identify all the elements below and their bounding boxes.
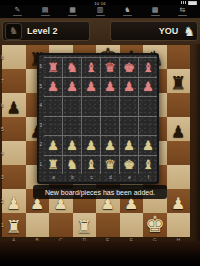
knight-icon: ♞ <box>124 7 130 14</box>
toast-message: New board/pieces has been added. <box>45 189 155 196</box>
preview-rank-label: 2 <box>40 142 44 147</box>
switch-sides-icon: ⇆ <box>180 7 186 14</box>
preview-cell: ♟ <box>82 135 101 155</box>
preview-file-label: b <box>63 175 82 180</box>
toolbar-icon-label <box>151 15 160 17</box>
preview-cell: ♟ <box>139 77 157 97</box>
toolbar-icon-label <box>123 15 132 17</box>
new-board-popup[interactable]: ♜♞♝♛♚♝♟♟♟♟♟♟♟♟♟♟♟♟♜♞♝♛♚♝ 654321abcdef <box>37 53 159 184</box>
black-pawn-h5[interactable]: ♟ <box>167 111 191 141</box>
preview-cell <box>139 116 157 136</box>
new-board-icon: ▩ <box>152 7 159 14</box>
preview-cell: ♜ <box>44 57 63 77</box>
preview-cell <box>120 96 139 116</box>
app-toolbar: ✎▤▦▥♞▩⇆ <box>0 5 200 18</box>
black-pawn-a6[interactable]: ♟ <box>2 87 26 117</box>
preview-rank-label: 6 <box>40 64 44 69</box>
black-rook-h7[interactable]: ♜ <box>167 63 191 93</box>
player-label: YOU <box>159 26 179 36</box>
preview-cell: ♜ <box>44 155 63 175</box>
preview-cell <box>120 116 139 136</box>
preview-file-label: d <box>101 175 120 180</box>
toolbar-icon-label <box>13 15 22 17</box>
square-b1[interactable] <box>26 213 50 237</box>
preview-cell <box>101 96 120 116</box>
preview-cell <box>82 116 101 136</box>
preview-cell: ♟ <box>101 77 120 97</box>
square-h1[interactable] <box>167 213 191 237</box>
opponent-badge: ♞ <box>5 23 22 40</box>
preview-file-label: a <box>44 175 63 180</box>
preview-cell <box>44 96 63 116</box>
document-icon[interactable]: ▤ <box>41 7 50 16</box>
black-knight-icon: ♞ <box>9 26 18 36</box>
chess-app-screen: 10:16 ✎▤▦▥♞▩⇆ ♞ Level 2 YOU ♞ 87654321AB… <box>0 0 200 266</box>
white-rook-d1[interactable]: ♜ <box>73 207 97 237</box>
white-rook-a1[interactable]: ♜ <box>2 207 26 237</box>
preview-cell: ♞ <box>63 57 82 77</box>
signal-icon <box>181 1 187 4</box>
preview-cell: ♟ <box>120 77 139 97</box>
toolbar-icon-label <box>96 15 105 17</box>
rank-label-7: 7 <box>1 78 4 84</box>
board-icon[interactable]: ▦ <box>68 7 77 16</box>
preview-file-label: f <box>139 175 157 180</box>
board-edge <box>194 44 200 241</box>
rank-label-4: 4 <box>1 150 4 156</box>
preview-cell: ♟ <box>139 135 157 155</box>
preview-grid: ♜♞♝♛♚♝♟♟♟♟♟♟♟♟♟♟♟♟♜♞♝♛♚♝ <box>44 57 157 174</box>
preview-file-label: c <box>82 175 101 180</box>
toolbar-icon-label <box>41 15 50 17</box>
knight-icon[interactable]: ♞ <box>123 7 132 16</box>
chalkboard-preview: ♜♞♝♛♚♝♟♟♟♟♟♟♟♟♟♟♟♟♜♞♝♛♚♝ 654321abcdef <box>39 55 157 182</box>
board-icon: ▦ <box>69 7 76 14</box>
preview-cell <box>101 116 120 136</box>
square-e1[interactable] <box>96 213 120 237</box>
preview-cell: ♟ <box>120 135 139 155</box>
opponent-bar[interactable]: ♞ Level 2 <box>2 21 90 41</box>
preview-cell: ♟ <box>44 77 63 97</box>
switch-sides-icon[interactable]: ⇆ <box>178 7 187 16</box>
preview-cell: ♚ <box>120 57 139 77</box>
square-a4[interactable] <box>2 141 26 165</box>
new-board-icon[interactable]: ▩ <box>151 7 160 16</box>
opponent-label: Level 2 <box>27 26 58 36</box>
rank-label-8: 8 <box>1 54 4 60</box>
square-a8[interactable] <box>2 45 26 69</box>
preview-cell: ♟ <box>82 77 101 97</box>
preview-cell <box>44 116 63 136</box>
preview-rank-label: 1 <box>40 162 44 167</box>
preview-cell: ♟ <box>63 135 82 155</box>
preview-cell: ♞ <box>63 155 82 175</box>
rank-label-5: 5 <box>1 126 4 132</box>
square-f1[interactable] <box>120 213 144 237</box>
rank-label-3: 3 <box>1 174 4 180</box>
white-pawn-h2[interactable]: ♟ <box>167 183 191 213</box>
white-king-g1[interactable]: ♚ <box>143 207 167 237</box>
document-icon: ▤ <box>42 7 49 14</box>
preview-cell <box>82 96 101 116</box>
edit-icon[interactable]: ✎ <box>13 7 22 16</box>
white-knight-icon: ♞ <box>183 25 195 38</box>
square-a5[interactable] <box>2 117 26 141</box>
preview-cell: ♟ <box>63 77 82 97</box>
preview-cell: ♛ <box>101 155 120 175</box>
preview-rank-label: 4 <box>40 103 44 108</box>
toolbar-icon-label <box>68 15 77 17</box>
notification-toast: New board/pieces has been added. <box>33 185 167 199</box>
edit-icon: ✎ <box>15 7 21 14</box>
notation-icon: ▥ <box>97 7 104 14</box>
preview-cell: ♟ <box>101 135 120 155</box>
preview-cell <box>63 96 82 116</box>
preview-cell: ♚ <box>120 155 139 175</box>
preview-cell: ♝ <box>82 57 101 77</box>
preview-cell: ♝ <box>139 57 157 77</box>
preview-rank-label: 5 <box>40 84 44 89</box>
preview-cell <box>63 116 82 136</box>
player-bar[interactable]: YOU ♞ <box>110 21 198 41</box>
preview-cell <box>139 96 157 116</box>
preview-rank-label: 3 <box>40 123 44 128</box>
notation-icon[interactable]: ▥ <box>96 7 105 16</box>
square-c1[interactable] <box>49 213 73 237</box>
preview-cell: ♝ <box>139 155 157 175</box>
preview-cell: ♛ <box>101 57 120 77</box>
preview-file-label: e <box>120 175 139 180</box>
preview-cell: ♝ <box>82 155 101 175</box>
table-background <box>0 241 200 266</box>
square-h4[interactable] <box>167 141 191 165</box>
toolbar-icon-label <box>178 15 187 17</box>
preview-cell: ♟ <box>44 135 63 155</box>
